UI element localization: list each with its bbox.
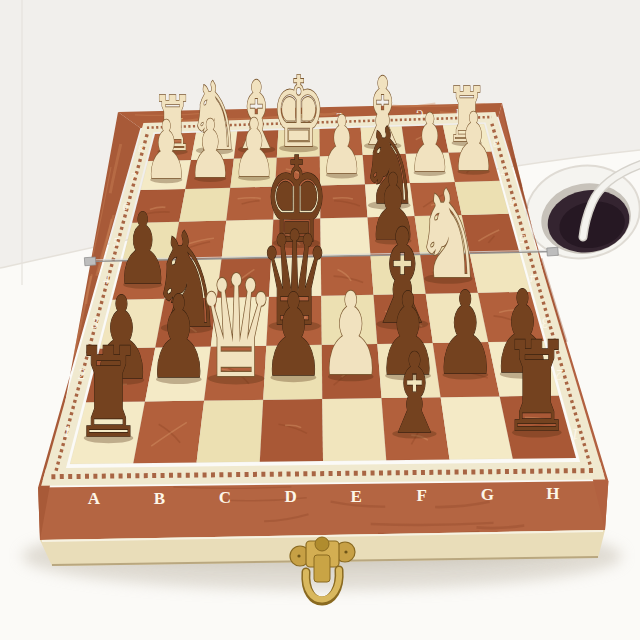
file-label-near-d: D [284,487,296,506]
piece-white-pawn-b7: ♟ [188,102,233,196]
rank-label-right-5: 5 [519,232,525,245]
clasp-screw-left [297,554,300,557]
rank-label-left-8: 8 [138,144,143,154]
file-label-near-a: A [88,489,101,508]
piece-black-rook-a1: ♜ [74,320,143,464]
hinge-right [547,247,559,256]
piece-black-rook-h1: ♜ [502,315,571,459]
file-label-near-e: E [350,487,361,506]
rank-label-left-1: 1 [63,423,71,441]
chessboard-photo-canvas: ABCDEFGHABCDEFGH1122334455667788♜♞♝♚♝♜♟♟… [0,0,640,640]
piece-black-pawn-d2: ♟ [262,270,325,402]
frame-bottom [38,481,608,540]
rank-label-right-1: 1 [571,425,579,443]
square-e1 [322,398,386,461]
piece-white-pawn-e2: ♟ [319,269,382,401]
piece-white-pawn-a7: ♟ [144,103,189,197]
file-label-near-b: B [154,489,165,508]
clasp-tongue [314,555,330,582]
photo-scene: Overhead photo of a wooden folding chess… [0,0,640,640]
file-label-near-c: C [219,488,231,507]
clasp-screw-right [344,550,347,553]
hinge-left [84,257,96,266]
piece-black-bishop-f1: ♝ [384,330,445,459]
file-label-near-g: G [481,485,494,504]
file-label-near-h: H [546,484,559,503]
file-label-near-f: F [417,486,427,505]
clasp-knob [315,537,329,551]
rank-label-right-6: 6 [509,197,515,209]
